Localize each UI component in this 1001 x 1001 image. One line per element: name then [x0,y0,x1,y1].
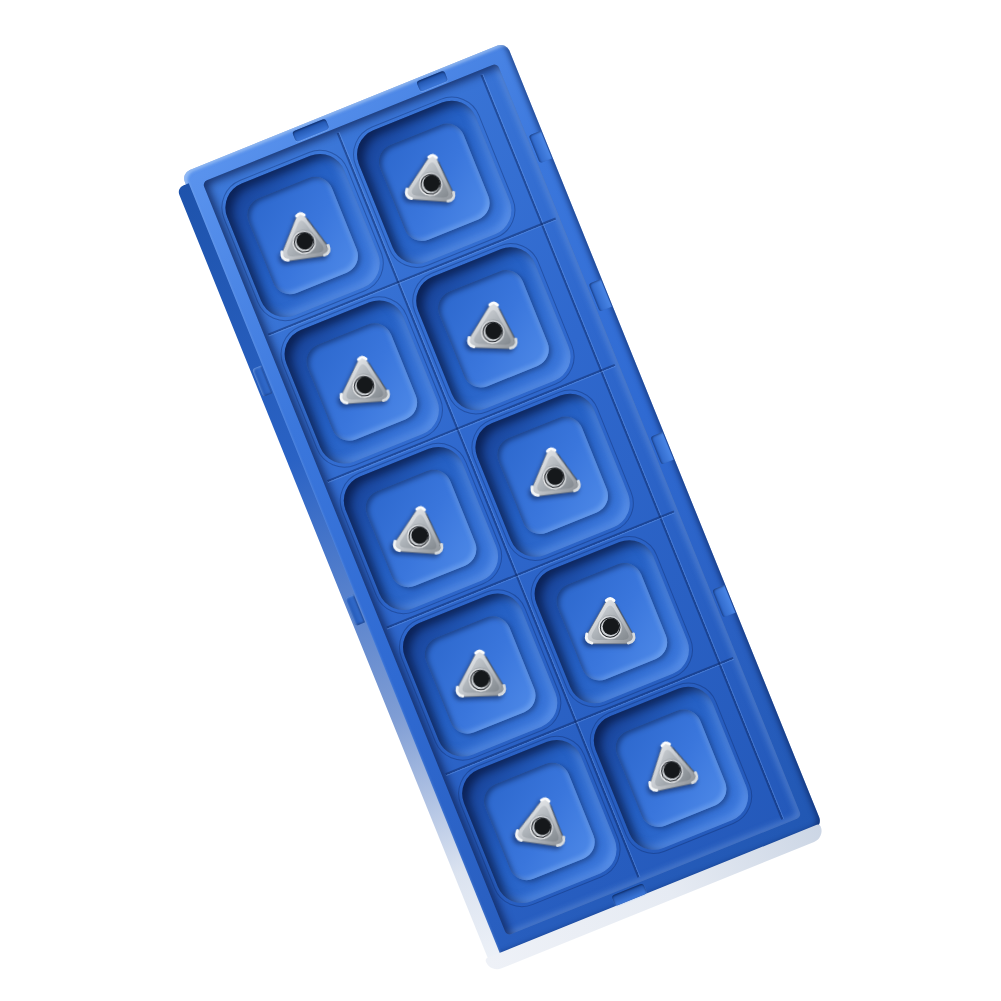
threading-insert [268,204,340,271]
pocket-grid [202,63,801,936]
threading-insert [330,350,398,413]
insert-graphic [385,500,453,563]
threading-insert [633,731,708,802]
tray-interior [202,63,801,936]
insert-graphic [330,350,398,413]
threading-insert [506,789,578,856]
insert-corner-highlight [475,650,483,652]
threading-insert [447,644,513,705]
threading-insert [460,296,526,357]
insert-graphic [518,439,589,505]
insert-graphic [447,644,513,705]
insert-graphic [460,296,526,357]
insert-corner-highlight [606,598,614,600]
threading-insert [578,593,642,652]
insert-tray [181,42,822,957]
threading-insert [518,439,589,505]
insert-corner-highlight [490,302,498,304]
insert-graphic [506,789,578,856]
insert-graphic [633,731,708,802]
insert-graphic [397,148,465,211]
threading-insert [397,148,465,211]
insert-graphic [268,204,340,271]
insert-graphic [578,593,642,652]
threading-insert [385,500,453,563]
photo-canvas [0,0,1001,1001]
